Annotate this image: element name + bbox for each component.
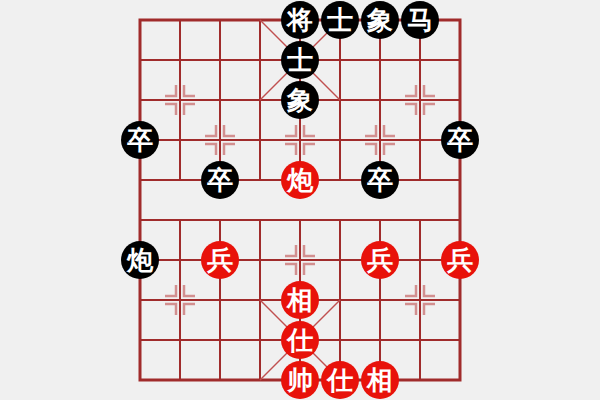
piece-black-soldier[interactable]: 卒 bbox=[201, 161, 239, 199]
piece-red-advisor[interactable]: 仕 bbox=[281, 321, 319, 359]
board-grid[interactable]: 将士象马士象卒卒卒卒炮炮兵兵兵相仕帅仕相 bbox=[120, 0, 480, 400]
piece-black-general[interactable]: 将 bbox=[281, 1, 319, 39]
piece-red-soldier[interactable]: 兵 bbox=[361, 241, 399, 279]
piece-red-elephant[interactable]: 相 bbox=[361, 361, 399, 399]
piece-black-horse[interactable]: 马 bbox=[401, 1, 439, 39]
piece-black-soldier[interactable]: 卒 bbox=[441, 121, 479, 159]
piece-black-elephant[interactable]: 象 bbox=[361, 1, 399, 39]
piece-black-advisor[interactable]: 士 bbox=[321, 1, 359, 39]
piece-red-soldier[interactable]: 兵 bbox=[201, 241, 239, 279]
piece-black-soldier[interactable]: 卒 bbox=[121, 121, 159, 159]
piece-red-general[interactable]: 帅 bbox=[281, 361, 319, 399]
piece-black-advisor[interactable]: 士 bbox=[281, 41, 319, 79]
piece-black-elephant[interactable]: 象 bbox=[281, 81, 319, 119]
piece-red-advisor[interactable]: 仕 bbox=[321, 361, 359, 399]
piece-red-cannon[interactable]: 炮 bbox=[281, 161, 319, 199]
piece-red-elephant[interactable]: 相 bbox=[281, 281, 319, 319]
piece-black-cannon[interactable]: 炮 bbox=[121, 241, 159, 279]
screenshot-root: 将士象马士象卒卒卒卒炮炮兵兵兵相仕帅仕相 bbox=[0, 0, 600, 400]
piece-black-soldier[interactable]: 卒 bbox=[361, 161, 399, 199]
xiangqi-board[interactable]: 将士象马士象卒卒卒卒炮炮兵兵兵相仕帅仕相 bbox=[120, 0, 480, 400]
piece-red-soldier[interactable]: 兵 bbox=[441, 241, 479, 279]
